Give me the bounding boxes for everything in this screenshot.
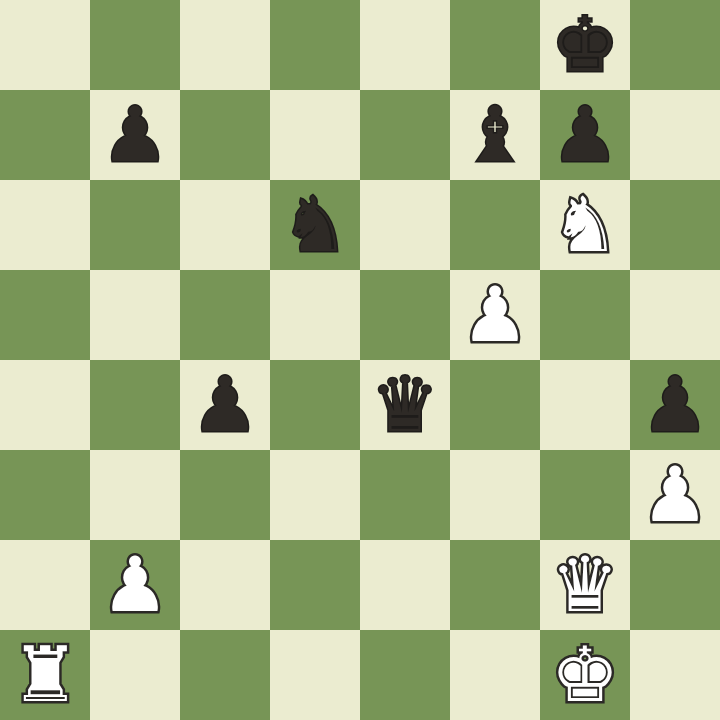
square-g7[interactable]: ♟ <box>540 90 630 180</box>
square-c8[interactable] <box>180 0 270 90</box>
square-a8[interactable] <box>0 0 90 90</box>
black-pawn[interactable]: ♟ <box>551 90 619 180</box>
square-g1[interactable]: ♚ <box>540 630 630 720</box>
square-c5[interactable] <box>180 270 270 360</box>
white-pawn[interactable]: ♟ <box>641 450 709 540</box>
square-d5[interactable] <box>270 270 360 360</box>
square-f4[interactable] <box>450 360 540 450</box>
square-d4[interactable] <box>270 360 360 450</box>
black-pawn[interactable]: ♟ <box>641 360 709 450</box>
square-a2[interactable] <box>0 540 90 630</box>
square-g4[interactable] <box>540 360 630 450</box>
square-c7[interactable] <box>180 90 270 180</box>
square-f3[interactable] <box>450 450 540 540</box>
square-a3[interactable] <box>0 450 90 540</box>
square-h5[interactable] <box>630 270 720 360</box>
square-b2[interactable]: ♟ <box>90 540 180 630</box>
square-g5[interactable] <box>540 270 630 360</box>
black-king[interactable]: ♚ <box>551 0 619 90</box>
black-knight[interactable]: ♞ <box>281 180 349 270</box>
square-e6[interactable] <box>360 180 450 270</box>
square-e3[interactable] <box>360 450 450 540</box>
square-d6[interactable]: ♞ <box>270 180 360 270</box>
square-c4[interactable]: ♟ <box>180 360 270 450</box>
square-a4[interactable] <box>0 360 90 450</box>
square-b6[interactable] <box>90 180 180 270</box>
square-h1[interactable] <box>630 630 720 720</box>
white-pawn[interactable]: ♟ <box>101 540 169 630</box>
white-queen[interactable]: ♛ <box>551 540 619 630</box>
chessboard: ♚♟♝♟♞♞♟♟♛♟♟♟♛♜♚ <box>0 0 720 720</box>
white-king[interactable]: ♚ <box>551 630 619 720</box>
square-c2[interactable] <box>180 540 270 630</box>
square-f6[interactable] <box>450 180 540 270</box>
square-h2[interactable] <box>630 540 720 630</box>
square-g6[interactable]: ♞ <box>540 180 630 270</box>
square-c3[interactable] <box>180 450 270 540</box>
square-a5[interactable] <box>0 270 90 360</box>
square-e4[interactable]: ♛ <box>360 360 450 450</box>
white-pawn[interactable]: ♟ <box>461 270 529 360</box>
square-e5[interactable] <box>360 270 450 360</box>
black-bishop[interactable]: ♝ <box>461 90 529 180</box>
square-e2[interactable] <box>360 540 450 630</box>
square-c6[interactable] <box>180 180 270 270</box>
square-b5[interactable] <box>90 270 180 360</box>
square-d1[interactable] <box>270 630 360 720</box>
square-a7[interactable] <box>0 90 90 180</box>
square-h4[interactable]: ♟ <box>630 360 720 450</box>
square-h6[interactable] <box>630 180 720 270</box>
square-f2[interactable] <box>450 540 540 630</box>
black-pawn[interactable]: ♟ <box>191 360 259 450</box>
square-a1[interactable]: ♜ <box>0 630 90 720</box>
black-pawn[interactable]: ♟ <box>101 90 169 180</box>
square-d8[interactable] <box>270 0 360 90</box>
square-b1[interactable] <box>90 630 180 720</box>
square-b7[interactable]: ♟ <box>90 90 180 180</box>
square-h7[interactable] <box>630 90 720 180</box>
square-d3[interactable] <box>270 450 360 540</box>
square-e7[interactable] <box>360 90 450 180</box>
square-e8[interactable] <box>360 0 450 90</box>
square-e1[interactable] <box>360 630 450 720</box>
square-f1[interactable] <box>450 630 540 720</box>
square-d7[interactable] <box>270 90 360 180</box>
square-b8[interactable] <box>90 0 180 90</box>
square-b4[interactable] <box>90 360 180 450</box>
white-knight[interactable]: ♞ <box>551 180 619 270</box>
square-b3[interactable] <box>90 450 180 540</box>
square-a6[interactable] <box>0 180 90 270</box>
black-queen[interactable]: ♛ <box>371 360 439 450</box>
square-c1[interactable] <box>180 630 270 720</box>
square-f7[interactable]: ♝ <box>450 90 540 180</box>
square-d2[interactable] <box>270 540 360 630</box>
square-g8[interactable]: ♚ <box>540 0 630 90</box>
square-f5[interactable]: ♟ <box>450 270 540 360</box>
square-h8[interactable] <box>630 0 720 90</box>
square-f8[interactable] <box>450 0 540 90</box>
square-g2[interactable]: ♛ <box>540 540 630 630</box>
white-rook[interactable]: ♜ <box>11 630 79 720</box>
square-h3[interactable]: ♟ <box>630 450 720 540</box>
square-g3[interactable] <box>540 450 630 540</box>
